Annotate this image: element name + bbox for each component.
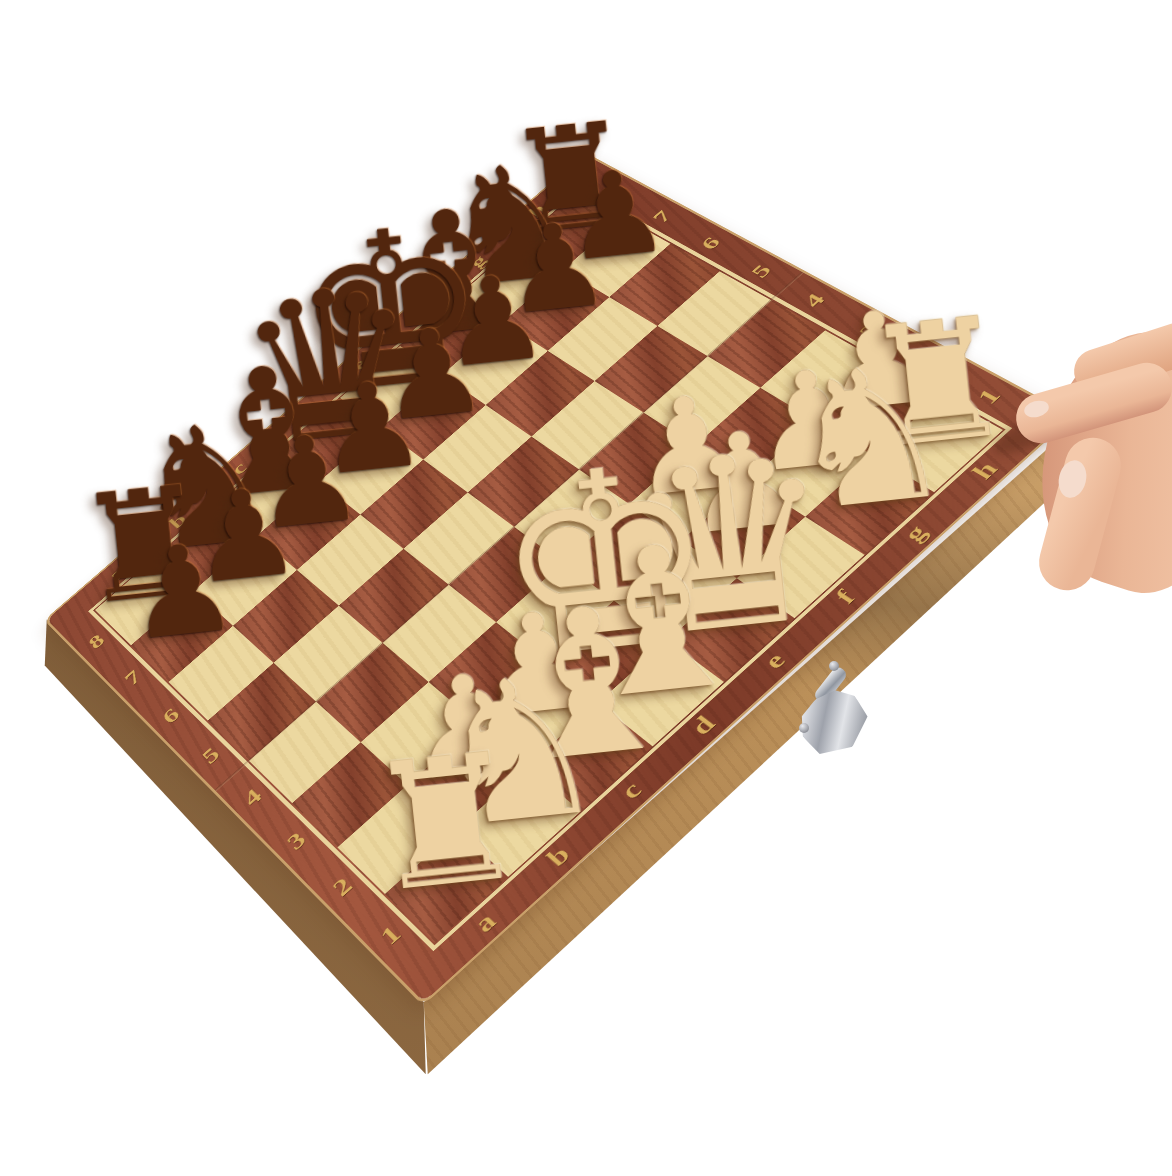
rank-label-left-1: 1 [375,920,406,950]
rank-label-left-6: 6 [158,704,184,729]
rank-label-right-6: 6 [696,234,725,253]
file-label-bottom-c: c [615,777,647,804]
file-label-bottom-g: g [898,521,934,546]
rank-label-right-5: 5 [746,261,776,281]
rank-label-right-7: 7 [648,207,676,226]
rank-label-left-3: 3 [282,827,311,855]
file-label-top-e: e [348,355,372,374]
rank-label-left-2: 2 [327,873,357,902]
rank-label-left-4: 4 [239,784,267,810]
file-label-bottom-h: h [966,458,1003,484]
rank-label-left-5: 5 [197,743,224,768]
clasp-screw [799,723,809,733]
file-label-bottom-b: b [541,841,576,872]
file-label-bottom-a: a [469,908,502,938]
rank-label-left-7: 7 [120,666,145,690]
rank-label-right-8: 8 [602,182,629,200]
rank-label-right-4: 4 [799,290,830,311]
rank-label-right-1: 1 [972,385,1007,408]
file-label-top-f: f [408,305,430,321]
file-label-bottom-e: e [758,648,791,674]
rank-label-right-3: 3 [854,320,887,342]
file-label-bottom-f: f [830,586,861,609]
file-label-top-g: g [466,252,492,271]
product-photo-stage: aabbccddeeffgghh1122334455667788 ♜♟♞♟♝♟♚… [0,0,1172,1176]
file-label-top-c: c [227,459,251,479]
rank-label-left-8: 8 [84,630,108,653]
clasp-screw [829,661,839,671]
rank-label-right-2: 2 [911,352,945,375]
metal-clasp [793,659,873,769]
file-label-bottom-d: d [686,711,722,740]
